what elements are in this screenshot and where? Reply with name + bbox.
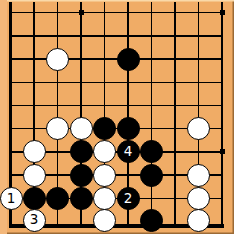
move-number-label: 3 xyxy=(30,213,39,227)
go-board-diagram: 4123 xyxy=(0,0,234,234)
white-stone xyxy=(46,117,69,140)
black-stone: 2 xyxy=(117,187,140,210)
white-stone xyxy=(23,164,46,187)
black-stone xyxy=(140,209,163,232)
black-stone xyxy=(140,140,163,163)
white-stone xyxy=(23,140,46,163)
white-stone xyxy=(187,117,210,140)
grid-line xyxy=(9,58,224,60)
move-number-label: 4 xyxy=(124,145,133,159)
black-stone: 4 xyxy=(117,140,140,163)
white-stone xyxy=(93,187,116,210)
white-stone xyxy=(93,140,116,163)
black-stone xyxy=(117,48,140,71)
star-point xyxy=(220,10,225,15)
white-stone xyxy=(70,117,93,140)
move-number-label: 1 xyxy=(7,191,16,205)
white-stone: 1 xyxy=(0,187,23,210)
black-stone xyxy=(70,164,93,187)
white-stone xyxy=(46,48,69,71)
grid-line xyxy=(9,12,224,14)
black-stone xyxy=(70,140,93,163)
black-stone xyxy=(93,117,116,140)
move-number-label: 2 xyxy=(124,191,133,205)
white-stone xyxy=(93,164,116,187)
black-stone xyxy=(70,187,93,210)
white-stone: 3 xyxy=(23,209,46,232)
white-stone xyxy=(187,164,210,187)
grid-line xyxy=(9,35,224,37)
star-point xyxy=(79,10,84,15)
black-stone xyxy=(140,164,163,187)
white-stone xyxy=(187,209,210,232)
star-point xyxy=(220,149,225,154)
grid-line xyxy=(9,82,224,84)
white-stone xyxy=(187,187,210,210)
black-stone xyxy=(117,117,140,140)
white-stone xyxy=(93,209,116,232)
black-stone xyxy=(23,187,46,210)
black-stone xyxy=(46,187,69,210)
grid-line xyxy=(9,105,224,107)
